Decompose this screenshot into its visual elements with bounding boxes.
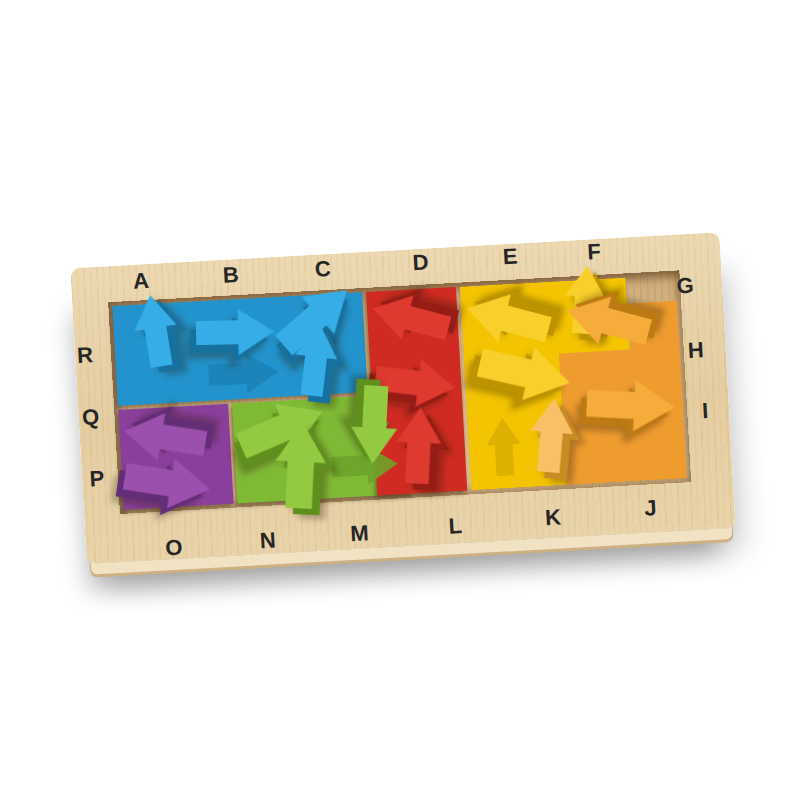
frame-letter-r: R	[76, 342, 93, 369]
arrow-block-red-up[interactable]	[392, 407, 445, 485]
frame-letter-n: N	[259, 527, 276, 554]
tray-interior	[108, 270, 691, 514]
frame-letter-b: B	[222, 262, 239, 289]
frame-letter-h: H	[687, 337, 704, 364]
frame-letters: ABCDEFGHIJKLMNOPQR	[70, 232, 719, 268]
arrow-block-green-up[interactable]	[271, 421, 330, 510]
frame-letter-o: O	[165, 535, 184, 562]
arrow-block-blue-up[interactable]	[289, 321, 343, 398]
frame-letter-m: M	[350, 520, 370, 547]
frame-letter-q: Q	[81, 404, 100, 431]
frame-letter-i: I	[701, 398, 709, 424]
frame-letter-p: P	[89, 466, 105, 493]
photo-background: ABCDEFGHIJKLMNOPQR	[0, 0, 800, 800]
frame-letter-a: A	[132, 268, 149, 295]
arrow-block-orange-right[interactable]	[585, 375, 676, 435]
arrow-block-orange-up[interactable]	[525, 396, 578, 474]
frame-letter-g: G	[676, 273, 695, 300]
frame-letter-f: F	[587, 239, 602, 266]
frame-letter-l: L	[448, 513, 463, 540]
frame-letter-j: J	[644, 495, 658, 522]
frame-letter-e: E	[502, 243, 518, 270]
frame-letter-c: C	[314, 256, 331, 283]
frame-letter-k: K	[544, 504, 561, 531]
arrow-block-green-down[interactable]	[348, 384, 402, 464]
frame-letter-d: D	[412, 249, 429, 276]
wooden-tray: ABCDEFGHIJKLMNOPQR	[70, 232, 736, 564]
arrow-block-blue-right[interactable]	[196, 306, 275, 358]
